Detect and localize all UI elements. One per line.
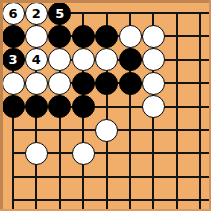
stone-white xyxy=(25,72,48,95)
stone-black xyxy=(48,95,71,118)
stone-white xyxy=(48,72,71,95)
board-frame-bottom xyxy=(0,209,211,211)
grid-line-horizontal xyxy=(12,199,211,201)
stone-black xyxy=(119,72,142,95)
stone-black xyxy=(95,72,118,95)
board-frame-right xyxy=(209,0,211,211)
stone-black xyxy=(95,25,118,48)
stone-black-move-3: 3 xyxy=(2,48,25,71)
grid-line-vertical xyxy=(199,12,201,211)
stone-black-move-5: 5 xyxy=(48,2,71,25)
move-number-label: 3 xyxy=(8,53,17,66)
board-frame-top xyxy=(0,0,211,3)
move-number-label: 4 xyxy=(32,53,41,66)
stone-white xyxy=(48,48,71,71)
grid-line-vertical xyxy=(176,12,178,211)
move-number-label: 6 xyxy=(8,7,17,20)
stone-white-move-4: 4 xyxy=(25,48,48,71)
stone-white xyxy=(142,95,165,118)
stone-white-move-2: 2 xyxy=(25,2,48,25)
stone-white xyxy=(95,119,118,142)
stone-black xyxy=(119,48,142,71)
grid-line-horizontal xyxy=(12,176,211,178)
stone-white-move-6: 6 xyxy=(2,2,25,25)
stone-black xyxy=(48,25,71,48)
board-frame-left xyxy=(0,0,3,211)
stone-black xyxy=(72,95,95,118)
stone-white xyxy=(119,25,142,48)
move-number-label: 5 xyxy=(55,7,64,20)
stone-black xyxy=(72,25,95,48)
stone-black xyxy=(2,25,25,48)
go-board: 62534 xyxy=(0,0,211,211)
stone-white xyxy=(95,48,118,71)
stone-white xyxy=(142,72,165,95)
stone-white xyxy=(25,142,48,165)
stone-black xyxy=(25,95,48,118)
stone-white xyxy=(72,142,95,165)
stone-black xyxy=(2,95,25,118)
move-number-label: 2 xyxy=(32,7,41,20)
stone-black xyxy=(72,72,95,95)
stone-white xyxy=(25,25,48,48)
stone-white xyxy=(142,48,165,71)
stone-white xyxy=(72,48,95,71)
stone-white xyxy=(2,72,25,95)
stone-white xyxy=(142,25,165,48)
